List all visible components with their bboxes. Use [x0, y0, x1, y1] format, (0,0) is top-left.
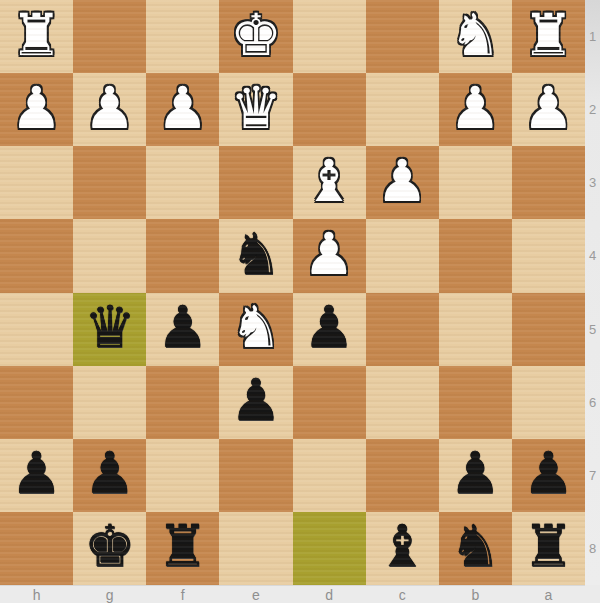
square-g2[interactable]: ♟	[73, 73, 146, 146]
square-g8[interactable]: ♚	[73, 512, 146, 585]
square-b6[interactable]	[439, 366, 512, 439]
square-h2[interactable]: ♟	[0, 73, 73, 146]
square-b7[interactable]: ♟	[439, 439, 512, 512]
black-queen-piece[interactable]: ♛	[84, 298, 136, 356]
square-d7[interactable]	[293, 439, 366, 512]
chess-app: ♜♚♞♜♟♟♟♛♟♟♝♟♞♟♛♟♞♟♟♟♟♟♟♚♜♝♞♜ 12345678 hg…	[0, 0, 600, 603]
black-knight-piece[interactable]: ♞	[449, 517, 501, 575]
white-pawn-piece[interactable]: ♟	[11, 79, 63, 137]
white-pawn-piece[interactable]: ♟	[522, 79, 574, 137]
rank-label-8: 8	[585, 512, 600, 585]
square-f4[interactable]	[146, 219, 219, 292]
square-a8[interactable]: ♜	[512, 512, 585, 585]
white-pawn-piece[interactable]: ♟	[303, 225, 355, 283]
rank-label-6: 6	[585, 366, 600, 439]
black-king-piece[interactable]: ♚	[84, 517, 136, 575]
white-rook-piece[interactable]: ♜	[11, 6, 63, 64]
square-e3[interactable]	[219, 146, 292, 219]
square-b5[interactable]	[439, 293, 512, 366]
square-c7[interactable]	[366, 439, 439, 512]
rank-label-1: 1	[585, 0, 600, 73]
black-pawn-piece[interactable]: ♟	[230, 371, 282, 429]
square-b2[interactable]: ♟	[439, 73, 512, 146]
square-d3[interactable]: ♝	[293, 146, 366, 219]
square-g3[interactable]	[73, 146, 146, 219]
file-label-a: a	[512, 586, 585, 603]
white-rook-piece[interactable]: ♜	[522, 6, 574, 64]
file-label-c: c	[366, 586, 439, 603]
square-g7[interactable]: ♟	[73, 439, 146, 512]
square-c4[interactable]	[366, 219, 439, 292]
square-d6[interactable]	[293, 366, 366, 439]
white-king-piece[interactable]: ♚	[230, 6, 282, 64]
square-a6[interactable]	[512, 366, 585, 439]
square-a7[interactable]: ♟	[512, 439, 585, 512]
black-rook-piece[interactable]: ♜	[157, 517, 209, 575]
black-pawn-piece[interactable]: ♟	[303, 298, 355, 356]
square-f1[interactable]	[146, 0, 219, 73]
square-a1[interactable]: ♜	[512, 0, 585, 73]
black-knight-piece[interactable]: ♞	[230, 225, 282, 283]
square-b3[interactable]	[439, 146, 512, 219]
coordinate-corner	[585, 585, 600, 603]
square-e6[interactable]: ♟	[219, 366, 292, 439]
white-pawn-piece[interactable]: ♟	[449, 79, 501, 137]
square-a5[interactable]	[512, 293, 585, 366]
rank-coordinates: 12345678	[585, 0, 600, 585]
square-c1[interactable]	[366, 0, 439, 73]
rank-label-2: 2	[585, 73, 600, 146]
square-e5[interactable]: ♞	[219, 293, 292, 366]
square-e8[interactable]	[219, 512, 292, 585]
black-rook-piece[interactable]: ♜	[522, 517, 574, 575]
square-a2[interactable]: ♟	[512, 73, 585, 146]
square-f2[interactable]: ♟	[146, 73, 219, 146]
square-c8[interactable]: ♝	[366, 512, 439, 585]
black-pawn-piece[interactable]: ♟	[449, 444, 501, 502]
square-h4[interactable]	[0, 219, 73, 292]
chess-board: ♜♚♞♜♟♟♟♛♟♟♝♟♞♟♛♟♞♟♟♟♟♟♟♚♜♝♞♜	[0, 0, 585, 585]
square-h3[interactable]	[0, 146, 73, 219]
file-label-g: g	[73, 586, 146, 603]
square-g4[interactable]	[73, 219, 146, 292]
white-pawn-piece[interactable]: ♟	[157, 79, 209, 137]
rank-label-7: 7	[585, 439, 600, 512]
square-d4[interactable]: ♟	[293, 219, 366, 292]
square-g6[interactable]	[73, 366, 146, 439]
black-pawn-piece[interactable]: ♟	[157, 298, 209, 356]
square-h5[interactable]	[0, 293, 73, 366]
white-knight-piece[interactable]: ♞	[449, 6, 501, 64]
square-h8[interactable]	[0, 512, 73, 585]
square-b4[interactable]	[439, 219, 512, 292]
white-knight-piece[interactable]: ♞	[230, 298, 282, 356]
square-f6[interactable]	[146, 366, 219, 439]
white-bishop-piece[interactable]: ♝	[303, 152, 355, 210]
square-b1[interactable]: ♞	[439, 0, 512, 73]
square-g5[interactable]: ♛	[73, 293, 146, 366]
black-pawn-piece[interactable]: ♟	[522, 444, 574, 502]
file-label-d: d	[293, 586, 366, 603]
square-f5[interactable]: ♟	[146, 293, 219, 366]
black-pawn-piece[interactable]: ♟	[84, 444, 136, 502]
square-g1[interactable]	[73, 0, 146, 73]
square-h7[interactable]: ♟	[0, 439, 73, 512]
black-bishop-piece[interactable]: ♝	[376, 517, 428, 575]
file-label-f: f	[146, 586, 219, 603]
white-queen-piece[interactable]: ♛	[230, 79, 282, 137]
square-c2[interactable]	[366, 73, 439, 146]
square-b8[interactable]: ♞	[439, 512, 512, 585]
square-e1[interactable]: ♚	[219, 0, 292, 73]
square-e7[interactable]	[219, 439, 292, 512]
file-label-e: e	[219, 586, 292, 603]
square-f8[interactable]: ♜	[146, 512, 219, 585]
square-c5[interactable]	[366, 293, 439, 366]
square-e2[interactable]: ♛	[219, 73, 292, 146]
square-a4[interactable]	[512, 219, 585, 292]
white-pawn-piece[interactable]: ♟	[376, 152, 428, 210]
square-h1[interactable]: ♜	[0, 0, 73, 73]
square-f3[interactable]	[146, 146, 219, 219]
rank-label-4: 4	[585, 219, 600, 292]
file-label-b: b	[439, 586, 512, 603]
square-c6[interactable]	[366, 366, 439, 439]
square-d8[interactable]	[293, 512, 366, 585]
square-c3[interactable]: ♟	[366, 146, 439, 219]
file-label-h: h	[0, 586, 73, 603]
rank-label-3: 3	[585, 146, 600, 219]
square-d1[interactable]	[293, 0, 366, 73]
square-d5[interactable]: ♟	[293, 293, 366, 366]
square-e4[interactable]: ♞	[219, 219, 292, 292]
white-pawn-piece[interactable]: ♟	[84, 79, 136, 137]
rank-label-5: 5	[585, 293, 600, 366]
square-d2[interactable]	[293, 73, 366, 146]
square-f7[interactable]	[146, 439, 219, 512]
square-h6[interactable]	[0, 366, 73, 439]
square-a3[interactable]	[512, 146, 585, 219]
black-pawn-piece[interactable]: ♟	[11, 444, 63, 502]
file-coordinates: hgfedcba	[0, 585, 585, 603]
